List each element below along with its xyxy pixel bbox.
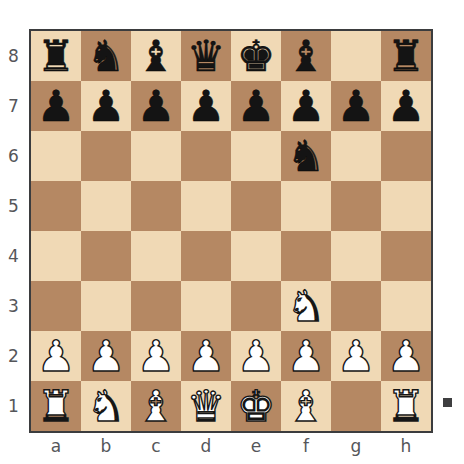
black-bishop-f8[interactable]: ♝ [281, 31, 331, 81]
white-pawn-b2[interactable]: ♟ [81, 331, 131, 381]
square-a6[interactable] [31, 131, 81, 181]
rank-label-1: 1 [0, 381, 27, 431]
square-h8[interactable]: ♜ [381, 31, 431, 81]
black-pawn-d7[interactable]: ♟ [181, 81, 231, 131]
square-g8[interactable] [331, 31, 381, 81]
rank-label-4: 4 [0, 231, 27, 281]
white-pawn-h2[interactable]: ♟ [381, 331, 431, 381]
black-pawn-a7[interactable]: ♟ [31, 81, 81, 131]
white-bishop-c1[interactable]: ♝ [131, 381, 181, 431]
square-g2[interactable]: ♟ [331, 331, 381, 381]
square-f5[interactable] [281, 181, 331, 231]
white-rook-a1[interactable]: ♜ [31, 381, 81, 431]
square-d5[interactable] [181, 181, 231, 231]
square-b7[interactable]: ♟ [81, 81, 131, 131]
square-f3[interactable]: ♞ [281, 281, 331, 331]
square-c7[interactable]: ♟ [131, 81, 181, 131]
square-e3[interactable] [231, 281, 281, 331]
rank-label-3: 3 [0, 281, 27, 331]
file-label-e: e [231, 433, 281, 459]
white-queen-d1[interactable]: ♛ [181, 381, 231, 431]
square-f8[interactable]: ♝ [281, 31, 331, 81]
rank-label-8: 8 [0, 31, 27, 81]
black-pawn-c7[interactable]: ♟ [131, 81, 181, 131]
square-a7[interactable]: ♟ [31, 81, 81, 131]
black-pawn-g7[interactable]: ♟ [331, 81, 381, 131]
black-pawn-f7[interactable]: ♟ [281, 81, 331, 131]
square-e8[interactable]: ♚ [231, 31, 281, 81]
square-b8[interactable]: ♞ [81, 31, 131, 81]
square-d7[interactable]: ♟ [181, 81, 231, 131]
square-e1[interactable]: ♚ [231, 381, 281, 431]
square-f6[interactable]: ♞ [281, 131, 331, 181]
square-e2[interactable]: ♟ [231, 331, 281, 381]
square-c4[interactable] [131, 231, 181, 281]
square-c6[interactable] [131, 131, 181, 181]
square-a4[interactable] [31, 231, 81, 281]
chess-board[interactable]: ♜♞♝♛♚♝♜♟♟♟♟♟♟♟♟♞♞♟♟♟♟♟♟♟♟♜♞♝♛♚♝♜ [29, 29, 433, 433]
file-label-d: d [181, 433, 231, 459]
file-label-c: c [131, 433, 181, 459]
white-bishop-f1[interactable]: ♝ [281, 381, 331, 431]
square-e7[interactable]: ♟ [231, 81, 281, 131]
square-h7[interactable]: ♟ [381, 81, 431, 131]
square-b1[interactable]: ♞ [81, 381, 131, 431]
square-b3[interactable] [81, 281, 131, 331]
square-h5[interactable] [381, 181, 431, 231]
square-a8[interactable]: ♜ [31, 31, 81, 81]
square-a2[interactable]: ♟ [31, 331, 81, 381]
square-c2[interactable]: ♟ [131, 331, 181, 381]
black-rook-a8[interactable]: ♜ [31, 31, 81, 81]
square-a5[interactable] [31, 181, 81, 231]
square-c3[interactable] [131, 281, 181, 331]
square-c5[interactable] [131, 181, 181, 231]
square-f2[interactable]: ♟ [281, 331, 331, 381]
file-label-h: h [381, 433, 431, 459]
square-h4[interactable] [381, 231, 431, 281]
turn-indicator-marker [443, 398, 452, 407]
square-d3[interactable] [181, 281, 231, 331]
square-h6[interactable] [381, 131, 431, 181]
square-e5[interactable] [231, 181, 281, 231]
square-h3[interactable] [381, 281, 431, 331]
square-b5[interactable] [81, 181, 131, 231]
rank-label-2: 2 [0, 331, 27, 381]
square-d6[interactable] [181, 131, 231, 181]
black-queen-d8[interactable]: ♛ [181, 31, 231, 81]
square-e4[interactable] [231, 231, 281, 281]
square-d8[interactable]: ♛ [181, 31, 231, 81]
square-g5[interactable] [331, 181, 381, 231]
square-d4[interactable] [181, 231, 231, 281]
square-g1[interactable] [331, 381, 381, 431]
chess-diagram: ♜♞♝♛♚♝♜♟♟♟♟♟♟♟♟♞♞♟♟♟♟♟♟♟♟♜♞♝♛♚♝♜ 8765432… [0, 0, 464, 464]
black-pawn-h7[interactable]: ♟ [381, 81, 431, 131]
square-d1[interactable]: ♛ [181, 381, 231, 431]
file-label-g: g [331, 433, 381, 459]
square-b2[interactable]: ♟ [81, 331, 131, 381]
white-rook-h1[interactable]: ♜ [381, 381, 431, 431]
file-label-b: b [81, 433, 131, 459]
white-pawn-d2[interactable]: ♟ [181, 331, 231, 381]
file-label-a: a [31, 433, 81, 459]
square-b6[interactable] [81, 131, 131, 181]
square-d2[interactable]: ♟ [181, 331, 231, 381]
rank-label-6: 6 [0, 131, 27, 181]
white-pawn-g2[interactable]: ♟ [331, 331, 381, 381]
square-c8[interactable]: ♝ [131, 31, 181, 81]
black-bishop-c8[interactable]: ♝ [131, 31, 181, 81]
square-f1[interactable]: ♝ [281, 381, 331, 431]
rank-label-5: 5 [0, 181, 27, 231]
white-pawn-f2[interactable]: ♟ [281, 331, 331, 381]
black-king-e8[interactable]: ♚ [231, 31, 281, 81]
square-g7[interactable]: ♟ [331, 81, 381, 131]
square-f4[interactable] [281, 231, 331, 281]
file-label-f: f [281, 433, 331, 459]
rank-label-7: 7 [0, 81, 27, 131]
square-h2[interactable]: ♟ [381, 331, 431, 381]
black-pawn-e7[interactable]: ♟ [231, 81, 281, 131]
square-a3[interactable] [31, 281, 81, 331]
white-pawn-a2[interactable]: ♟ [31, 331, 81, 381]
square-c1[interactable]: ♝ [131, 381, 181, 431]
white-king-e1[interactable]: ♚ [231, 381, 281, 431]
white-knight-f3[interactable]: ♞ [281, 281, 331, 331]
black-pawn-b7[interactable]: ♟ [81, 81, 131, 131]
white-knight-b1[interactable]: ♞ [81, 381, 131, 431]
white-pawn-c2[interactable]: ♟ [131, 331, 181, 381]
white-pawn-e2[interactable]: ♟ [231, 331, 281, 381]
square-a1[interactable]: ♜ [31, 381, 81, 431]
square-g3[interactable] [331, 281, 381, 331]
square-f7[interactable]: ♟ [281, 81, 331, 131]
square-e6[interactable] [231, 131, 281, 181]
square-h1[interactable]: ♜ [381, 381, 431, 431]
black-rook-h8[interactable]: ♜ [381, 31, 431, 81]
square-g4[interactable] [331, 231, 381, 281]
black-knight-f6[interactable]: ♞ [281, 131, 331, 181]
black-knight-b8[interactable]: ♞ [81, 31, 131, 81]
square-g6[interactable] [331, 131, 381, 181]
square-b4[interactable] [81, 231, 131, 281]
